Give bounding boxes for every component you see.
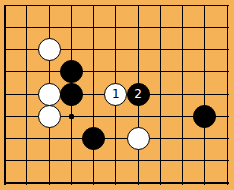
stone-move-number: 1 [112,88,120,100]
black-stone: 2 [127,83,150,106]
grid-line-horizontal [4,182,229,184]
go-board: 12 [0,0,234,190]
black-stone [193,105,216,128]
black-stone [60,83,83,106]
white-stone [38,38,61,61]
grid-line-vertical [227,5,228,185]
grid-line-horizontal [4,138,229,139]
grid-line-vertical [182,5,183,185]
black-stone [60,60,83,83]
white-stone [38,105,61,128]
grid-line-horizontal [4,27,229,28]
white-stone [38,83,61,106]
grid-line-vertical [93,5,94,185]
white-stone [127,127,150,150]
hoshi-point [69,114,74,119]
grid-line-vertical [4,5,6,185]
grid-line-horizontal [4,160,229,161]
grid-line-horizontal [4,71,229,72]
white-stone: 1 [104,83,127,106]
grid-line-horizontal [4,5,229,6]
black-stone [82,127,105,150]
grid-line-vertical [26,5,27,185]
stone-move-number: 2 [134,88,142,100]
grid-line-vertical [160,5,161,185]
grid-line-vertical [204,5,205,185]
